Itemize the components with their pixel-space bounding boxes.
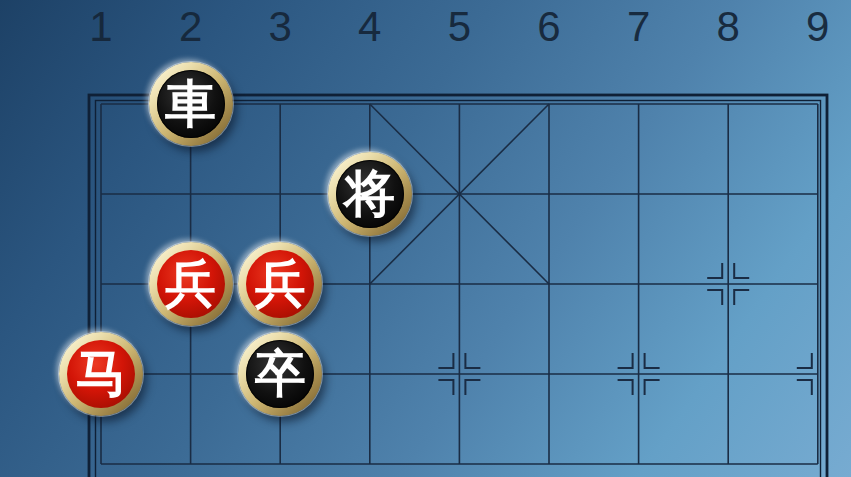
point-marker	[465, 353, 480, 368]
point-marker	[618, 353, 633, 368]
point-marker	[618, 380, 633, 395]
piece-black-chariot[interactable]: 車	[149, 62, 233, 146]
piece-disc: 将	[336, 160, 404, 228]
piece-glyph: 兵	[165, 258, 216, 309]
point-marker	[645, 353, 660, 368]
point-marker	[438, 353, 453, 368]
piece-disc: 兵	[157, 250, 225, 318]
piece-glyph: 兵	[255, 258, 306, 309]
piece-disc: 車	[157, 70, 225, 138]
point-marker	[797, 353, 812, 368]
point-marker	[707, 263, 722, 278]
point-marker	[465, 380, 480, 395]
piece-disc: 马	[67, 340, 135, 408]
point-marker	[438, 380, 453, 395]
point-marker	[707, 290, 722, 305]
point-marker	[734, 290, 749, 305]
piece-glyph: 車	[165, 78, 216, 129]
point-marker	[645, 380, 660, 395]
point-marker	[797, 380, 812, 395]
piece-black-soldier[interactable]: 卒	[238, 332, 322, 416]
xiangqi-board-screen: 123456789車将兵兵马卒	[0, 0, 851, 477]
piece-glyph: 将	[344, 168, 395, 219]
piece-red-soldier-1[interactable]: 兵	[149, 242, 233, 326]
piece-red-horse[interactable]: 马	[59, 332, 143, 416]
piece-disc: 卒	[246, 340, 314, 408]
piece-glyph: 卒	[255, 348, 306, 399]
piece-glyph: 马	[76, 348, 127, 399]
point-marker	[734, 263, 749, 278]
piece-black-general[interactable]: 将	[328, 152, 412, 236]
piece-red-soldier-2[interactable]: 兵	[238, 242, 322, 326]
piece-disc: 兵	[246, 250, 314, 318]
